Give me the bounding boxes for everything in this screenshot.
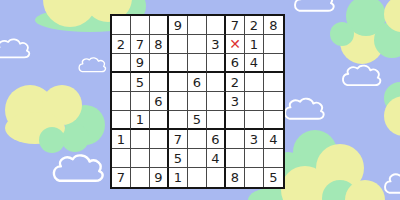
digit: 6 [231, 56, 239, 69]
cell-r7c1[interactable]: 1 [112, 130, 131, 149]
cell-r2c7[interactable]: ✕ [226, 35, 245, 54]
cell-r3c9[interactable] [264, 54, 283, 73]
digit: 7 [174, 133, 182, 146]
cell-r4c8[interactable] [245, 73, 264, 92]
digit: 1 [136, 113, 144, 126]
cell-r3c6[interactable] [207, 54, 226, 73]
cell-r2c8[interactable]: 1 [245, 35, 264, 54]
cell-r9c2[interactable] [131, 168, 150, 187]
digit: 6 [154, 95, 162, 108]
cloud-outline-icon [0, 39, 29, 57]
cell-r6c6[interactable] [207, 111, 226, 130]
digit: 2 [250, 19, 258, 32]
cell-r4c7[interactable]: 2 [226, 73, 245, 92]
sudoku-board: 97282783✕19645626315176345479185 [110, 14, 285, 189]
cell-r2c5[interactable] [188, 35, 207, 54]
cell-r8c6[interactable]: 4 [207, 149, 226, 168]
cell-r1c3[interactable] [150, 16, 169, 35]
cell-r8c2[interactable] [131, 149, 150, 168]
digit: 1 [250, 38, 258, 51]
cloud-outline-icon [285, 99, 324, 119]
cell-r1c9[interactable]: 8 [264, 16, 283, 35]
digit: 3 [231, 95, 239, 108]
cell-r4c9[interactable] [264, 73, 283, 92]
cell-r5c1[interactable] [112, 92, 131, 111]
digit: 3 [211, 38, 219, 51]
cell-r1c7[interactable]: 7 [226, 16, 245, 35]
digit: 1 [174, 171, 182, 184]
cell-r8c5[interactable] [188, 149, 207, 168]
cell-r6c7[interactable] [226, 111, 245, 130]
cell-r1c1[interactable] [112, 16, 131, 35]
cell-r1c5[interactable] [188, 16, 207, 35]
cell-r8c7[interactable] [226, 149, 245, 168]
cell-r7c2[interactable] [131, 130, 150, 149]
digit: 5 [193, 113, 201, 126]
digit: 9 [136, 56, 144, 69]
cell-r6c1[interactable] [112, 111, 131, 130]
cell-r4c6[interactable] [207, 73, 226, 92]
cell-r6c5[interactable]: 5 [188, 111, 207, 130]
cell-r4c4[interactable] [169, 73, 188, 92]
digit: 4 [269, 133, 277, 146]
cell-r2c3[interactable]: 8 [150, 35, 169, 54]
cell-r7c4[interactable]: 7 [169, 130, 188, 149]
digit: 4 [211, 152, 219, 165]
cell-r3c1[interactable] [112, 54, 131, 73]
cell-r4c2[interactable]: 5 [131, 73, 150, 92]
cloud-outline-icon [295, 0, 334, 11]
cell-r7c7[interactable] [226, 130, 245, 149]
cell-r7c9[interactable]: 4 [264, 130, 283, 149]
cloud-blob-left [5, 85, 105, 153]
cell-r6c4[interactable] [169, 111, 188, 130]
digit: 7 [117, 171, 125, 184]
cell-r9c8[interactable] [245, 168, 264, 187]
cell-r3c4[interactable] [169, 54, 188, 73]
cell-r2c1[interactable]: 2 [112, 35, 131, 54]
cell-r5c2[interactable] [131, 92, 150, 111]
cell-r9c3[interactable]: 9 [150, 168, 169, 187]
digit: 2 [231, 76, 239, 89]
cell-r3c3[interactable] [150, 54, 169, 73]
cell-r7c6[interactable]: 6 [207, 130, 226, 149]
cell-r2c9[interactable] [264, 35, 283, 54]
cell-r1c2[interactable] [131, 16, 150, 35]
cell-r9c1[interactable]: 7 [112, 168, 131, 187]
cell-r1c4[interactable]: 9 [169, 16, 188, 35]
cell-r5c6[interactable] [207, 92, 226, 111]
cell-r3c2[interactable]: 9 [131, 54, 150, 73]
x-mark: ✕ [229, 37, 241, 51]
digit: 6 [193, 76, 201, 89]
cell-r4c1[interactable] [112, 73, 131, 92]
cell-r6c8[interactable] [245, 111, 264, 130]
cloud-blob-right-edge [384, 82, 400, 136]
cell-r6c9[interactable] [264, 111, 283, 130]
digit: 6 [211, 133, 219, 146]
cell-r3c5[interactable] [188, 54, 207, 73]
cloud-blob-top-right [330, 0, 400, 64]
cell-r5c9[interactable] [264, 92, 283, 111]
cell-r9c4[interactable]: 1 [169, 168, 188, 187]
cell-r2c2[interactable]: 7 [131, 35, 150, 54]
digit: 1 [117, 133, 125, 146]
cell-r7c5[interactable] [188, 130, 207, 149]
cell-r3c8[interactable]: 4 [245, 54, 264, 73]
digit: 9 [174, 19, 182, 32]
cell-r4c5[interactable]: 6 [188, 73, 207, 92]
cell-r5c4[interactable] [169, 92, 188, 111]
cell-r9c7[interactable]: 8 [226, 168, 245, 187]
digit: 5 [174, 152, 182, 165]
cell-r7c8[interactable]: 3 [245, 130, 264, 149]
cloud-outline-icon [343, 66, 380, 86]
cell-r2c4[interactable] [169, 35, 188, 54]
cell-r5c7[interactable]: 3 [226, 92, 245, 111]
cell-r9c9[interactable]: 5 [264, 168, 283, 187]
digit: 5 [269, 171, 277, 184]
digit: 8 [231, 171, 239, 184]
cell-r9c6[interactable] [207, 168, 226, 187]
cell-r3c7[interactable]: 6 [226, 54, 245, 73]
cell-r4c3[interactable] [150, 73, 169, 92]
cloud-outline-icon [385, 173, 400, 193]
cell-r5c5[interactable] [188, 92, 207, 111]
digit: 7 [231, 19, 239, 32]
cell-r1c6[interactable] [207, 16, 226, 35]
digit: 2 [117, 38, 125, 51]
cell-r1c8[interactable]: 2 [245, 16, 264, 35]
digit: 5 [136, 76, 144, 89]
digit: 9 [154, 171, 162, 184]
cell-r6c3[interactable] [150, 111, 169, 130]
cell-r6c2[interactable]: 1 [131, 111, 150, 130]
digit: 4 [250, 56, 258, 69]
cell-r8c8[interactable] [245, 149, 264, 168]
cell-r5c8[interactable] [245, 92, 264, 111]
cell-r7c3[interactable] [150, 130, 169, 149]
cell-r8c3[interactable] [150, 149, 169, 168]
cell-r8c9[interactable] [264, 149, 283, 168]
cloud-outline-icon [79, 58, 105, 72]
cell-r9c5[interactable] [188, 168, 207, 187]
cell-r8c1[interactable] [112, 149, 131, 168]
cell-r8c4[interactable]: 5 [169, 149, 188, 168]
digit: 8 [269, 19, 277, 32]
cell-r2c6[interactable]: 3 [207, 35, 226, 54]
digit: 3 [250, 133, 258, 146]
digit: 7 [136, 38, 144, 51]
digit: 8 [154, 38, 162, 51]
cell-r5c3[interactable]: 6 [150, 92, 169, 111]
cloud-outline-icon [54, 155, 103, 180]
